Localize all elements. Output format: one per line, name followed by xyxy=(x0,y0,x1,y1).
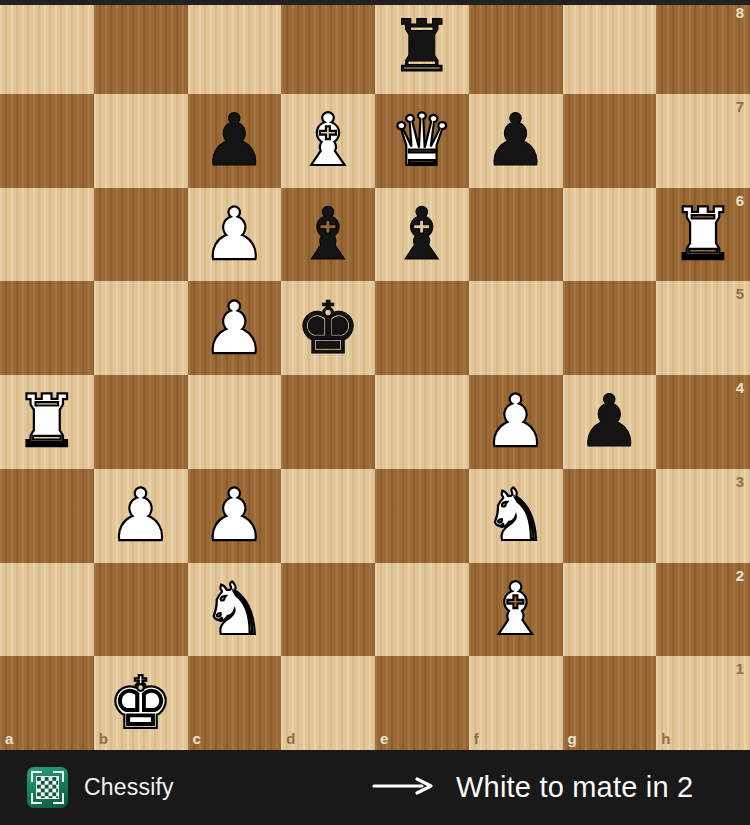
square-f5[interactable] xyxy=(469,281,563,375)
rank-label-8: 8 xyxy=(736,4,744,21)
right-arrow-icon xyxy=(372,776,436,800)
file-label-g: g xyxy=(568,730,577,747)
square-h4[interactable]: 4 xyxy=(656,375,750,469)
square-a4[interactable]: ♜ xyxy=(0,375,94,469)
white-knight[interactable]: ♞ xyxy=(202,563,267,656)
square-e3[interactable] xyxy=(375,469,469,563)
square-d6[interactable]: ♝ xyxy=(281,188,375,282)
rank-label-7: 7 xyxy=(736,98,744,115)
white-pawn[interactable]: ♟ xyxy=(483,375,548,468)
square-a1[interactable]: a xyxy=(0,656,94,750)
white-pawn[interactable]: ♟ xyxy=(108,469,173,562)
square-e1[interactable]: e xyxy=(375,656,469,750)
square-e6[interactable]: ♝ xyxy=(375,188,469,282)
white-pawn[interactable]: ♟ xyxy=(202,188,267,281)
square-c7[interactable]: ♟ xyxy=(188,94,282,188)
square-h2[interactable]: 2 xyxy=(656,563,750,657)
square-f6[interactable] xyxy=(469,188,563,282)
chessify-logo[interactable] xyxy=(27,767,68,808)
file-label-b: b xyxy=(99,730,108,747)
white-king[interactable]: ♚ xyxy=(108,657,173,750)
square-b1[interactable]: b♚ xyxy=(94,656,188,750)
square-c1[interactable]: c xyxy=(188,656,282,750)
black-pawn[interactable]: ♟ xyxy=(483,94,548,187)
viewfinder-bracket-icon xyxy=(53,793,64,804)
file-label-d: d xyxy=(286,730,295,747)
square-a6[interactable] xyxy=(0,188,94,282)
screenshot-stage: ♜8♟♝♛♟7♟♝♝6♜♟♚5♜♟♟4♟♟♞3♞♝2ab♚cdefg1h Che… xyxy=(0,0,750,825)
white-rook[interactable]: ♜ xyxy=(15,375,80,468)
square-d7[interactable]: ♝ xyxy=(281,94,375,188)
square-g1[interactable]: g xyxy=(563,656,657,750)
rank-label-1: 1 xyxy=(736,660,744,677)
square-g4[interactable]: ♟ xyxy=(563,375,657,469)
black-pawn[interactable]: ♟ xyxy=(202,94,267,187)
square-c8[interactable] xyxy=(188,0,282,94)
square-a8[interactable] xyxy=(0,0,94,94)
square-a7[interactable] xyxy=(0,94,94,188)
white-bishop[interactable]: ♝ xyxy=(483,563,548,656)
white-pawn[interactable]: ♟ xyxy=(202,469,267,562)
square-b2[interactable] xyxy=(94,563,188,657)
square-a3[interactable] xyxy=(0,469,94,563)
square-b3[interactable]: ♟ xyxy=(94,469,188,563)
square-d8[interactable] xyxy=(281,0,375,94)
square-b5[interactable] xyxy=(94,281,188,375)
file-label-a: a xyxy=(5,730,13,747)
square-d5[interactable]: ♚ xyxy=(281,281,375,375)
white-bishop[interactable]: ♝ xyxy=(296,94,361,187)
square-h7[interactable]: 7 xyxy=(656,94,750,188)
white-knight[interactable]: ♞ xyxy=(483,469,548,562)
viewfinder-bracket-icon xyxy=(31,793,42,804)
square-c6[interactable]: ♟ xyxy=(188,188,282,282)
square-f2[interactable]: ♝ xyxy=(469,563,563,657)
square-g3[interactable] xyxy=(563,469,657,563)
square-d2[interactable] xyxy=(281,563,375,657)
file-label-c: c xyxy=(193,730,201,747)
puzzle-caption: White to mate in 2 xyxy=(456,770,693,803)
square-d1[interactable]: d xyxy=(281,656,375,750)
square-c2[interactable]: ♞ xyxy=(188,563,282,657)
black-bishop[interactable]: ♝ xyxy=(296,188,361,281)
square-h5[interactable]: 5 xyxy=(656,281,750,375)
white-queen[interactable]: ♛ xyxy=(390,94,455,187)
rank-label-4: 4 xyxy=(736,379,744,396)
square-b8[interactable] xyxy=(94,0,188,94)
square-f8[interactable] xyxy=(469,0,563,94)
square-e5[interactable] xyxy=(375,281,469,375)
black-king[interactable]: ♚ xyxy=(296,282,361,375)
square-f7[interactable]: ♟ xyxy=(469,94,563,188)
square-g5[interactable] xyxy=(563,281,657,375)
square-f4[interactable]: ♟ xyxy=(469,375,563,469)
square-g7[interactable] xyxy=(563,94,657,188)
black-pawn[interactable]: ♟ xyxy=(577,375,642,468)
rank-label-2: 2 xyxy=(736,567,744,584)
rank-label-5: 5 xyxy=(736,285,744,302)
square-b4[interactable] xyxy=(94,375,188,469)
black-bishop[interactable]: ♝ xyxy=(390,188,455,281)
file-label-e: e xyxy=(380,730,388,747)
rank-label-6: 6 xyxy=(736,192,744,209)
square-e8[interactable]: ♜ xyxy=(375,0,469,94)
square-d4[interactable] xyxy=(281,375,375,469)
square-h1[interactable]: 1h xyxy=(656,656,750,750)
square-a2[interactable] xyxy=(0,563,94,657)
black-rook[interactable]: ♜ xyxy=(390,0,455,93)
square-g8[interactable] xyxy=(563,0,657,94)
brand-name: Chessify xyxy=(84,773,174,800)
square-d3[interactable] xyxy=(281,469,375,563)
file-label-h: h xyxy=(661,730,670,747)
rank-label-3: 3 xyxy=(736,473,744,490)
white-rook[interactable]: ♜ xyxy=(671,188,736,281)
top-border xyxy=(0,0,750,5)
square-h6[interactable]: 6♜ xyxy=(656,188,750,282)
square-g2[interactable] xyxy=(563,563,657,657)
square-e7[interactable]: ♛ xyxy=(375,94,469,188)
square-e4[interactable] xyxy=(375,375,469,469)
chess-board: ♜8♟♝♛♟7♟♝♝6♜♟♚5♜♟♟4♟♟♞3♞♝2ab♚cdefg1h xyxy=(0,0,750,750)
square-f1[interactable]: f xyxy=(469,656,563,750)
footer-bar: Chessify White to mate in 2 xyxy=(0,750,750,825)
square-c4[interactable] xyxy=(188,375,282,469)
viewfinder-bracket-icon xyxy=(31,771,42,782)
square-c3[interactable]: ♟ xyxy=(188,469,282,563)
viewfinder-bracket-icon xyxy=(53,771,64,782)
square-f3[interactable]: ♞ xyxy=(469,469,563,563)
square-g6[interactable] xyxy=(563,188,657,282)
square-a5[interactable] xyxy=(0,281,94,375)
square-c5[interactable]: ♟ xyxy=(188,281,282,375)
square-h3[interactable]: 3 xyxy=(656,469,750,563)
file-label-f: f xyxy=(474,730,479,747)
square-b7[interactable] xyxy=(94,94,188,188)
square-b6[interactable] xyxy=(94,188,188,282)
square-e2[interactable] xyxy=(375,563,469,657)
white-pawn[interactable]: ♟ xyxy=(202,282,267,375)
square-h8[interactable]: 8 xyxy=(656,0,750,94)
